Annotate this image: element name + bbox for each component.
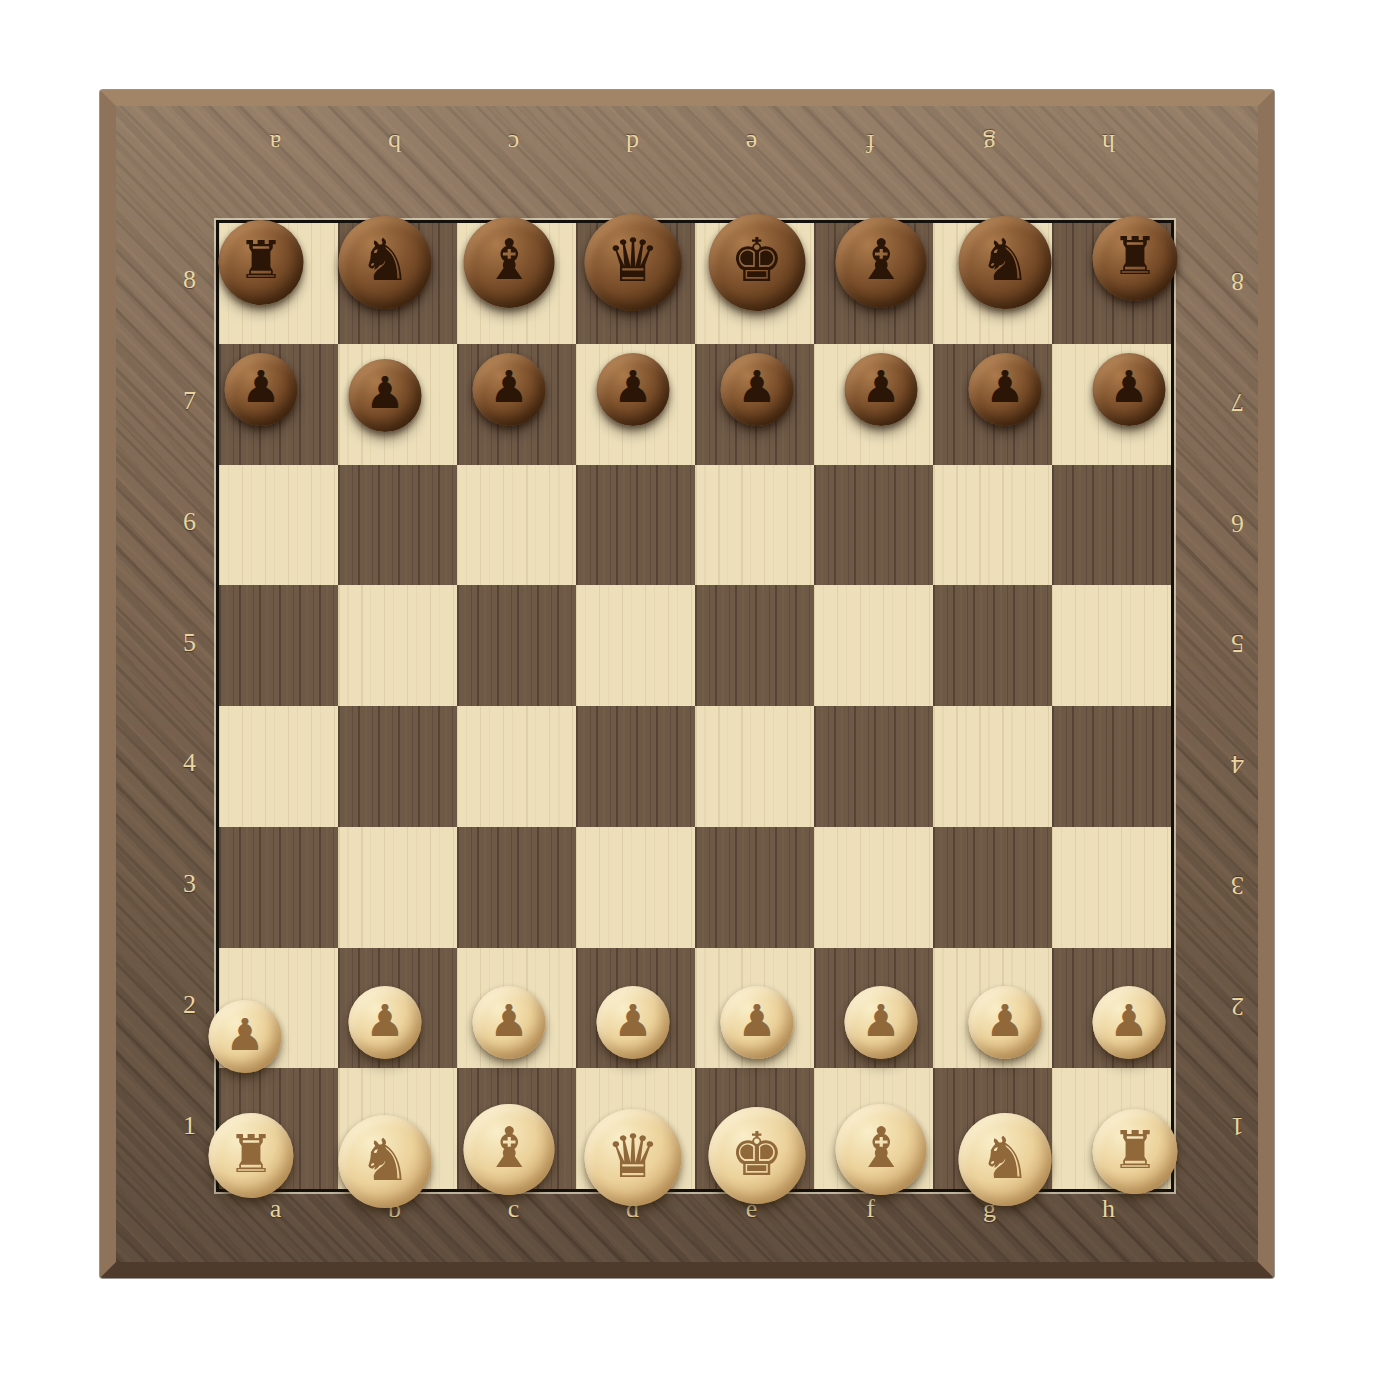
piece-glyph: ♟ [613,999,652,1043]
piece-glyph: ♟ [225,1013,264,1057]
piece-white-pawn-b2[interactable]: ♟ [349,986,422,1059]
piece-black-knight-b8[interactable]: ♞ [339,216,432,309]
square-c5[interactable] [457,585,576,706]
rank-label-right-4: 4 [1168,703,1258,824]
piece-white-rook-a1[interactable]: ♜ [209,1113,294,1198]
square-e1[interactable]: ♚ [695,1068,814,1189]
rank-label-left-6: 6 [116,462,216,583]
piece-black-pawn-e7[interactable]: ♟ [721,353,794,426]
rank-label-right-8: 8 [1168,220,1258,341]
square-a4[interactable] [219,706,338,827]
chess-board: abcdefgh abcdefgh 87654321 87654321 ♜♞♝♛… [100,90,1274,1278]
square-e5[interactable] [695,585,814,706]
rank-label-right-7: 7 [1168,341,1258,462]
square-g7[interactable]: ♟ [933,344,1052,465]
piece-glyph: ♟ [241,365,280,409]
rank-label-left-3: 3 [116,824,216,945]
square-h1[interactable]: ♜ [1052,1068,1171,1189]
rank-labels-left: 87654321 [116,220,216,1186]
file-label-top-e: e [692,106,811,220]
rank-label-left-4: 4 [116,703,216,824]
piece-glyph: ♟ [365,999,404,1043]
square-a1[interactable]: ♜ [219,1068,338,1189]
piece-glyph: ♚ [730,230,784,290]
rank-label-right-1: 1 [1168,1065,1258,1186]
piece-glyph: ♟ [1109,999,1148,1043]
rank-label-right-2: 2 [1168,945,1258,1066]
piece-glyph: ♟ [489,365,528,409]
piece-glyph: ♛ [606,1126,660,1186]
piece-glyph: ♟ [489,999,528,1043]
piece-white-pawn-f2[interactable]: ♟ [845,986,918,1059]
square-g6[interactable] [933,465,1052,586]
square-e4[interactable] [695,706,814,827]
square-f7[interactable]: ♟ [814,344,933,465]
piece-glyph: ♟ [861,999,900,1043]
piece-glyph: ♜ [1112,1124,1159,1176]
piece-glyph: ♟ [737,365,776,409]
square-h4[interactable] [1052,706,1171,827]
square-c1[interactable]: ♝ [457,1068,576,1189]
square-b5[interactable] [338,585,457,706]
piece-black-rook-a8[interactable]: ♜ [219,220,304,305]
piece-white-pawn-d2[interactable]: ♟ [597,986,670,1059]
square-f4[interactable] [814,706,933,827]
file-label-bottom-a: a [216,1186,335,1262]
square-h8[interactable]: ♜ [1052,223,1171,344]
piece-white-queen-d1[interactable]: ♛ [585,1109,682,1206]
square-f2[interactable]: ♟ [814,948,933,1069]
file-label-bottom-f: f [811,1186,930,1262]
square-b7[interactable]: ♟ [338,344,457,465]
square-b6[interactable] [338,465,457,586]
square-f8[interactable]: ♝ [814,223,933,344]
square-a5[interactable] [219,585,338,706]
square-c3[interactable] [457,827,576,948]
piece-glyph: ♛ [606,230,660,290]
square-b2[interactable]: ♟ [338,948,457,1069]
square-c6[interactable] [457,465,576,586]
piece-glyph: ♚ [730,1124,784,1184]
rank-labels-right: 87654321 [1168,220,1258,1186]
rank-label-right-5: 5 [1168,582,1258,703]
square-h5[interactable] [1052,585,1171,706]
square-f6[interactable] [814,465,933,586]
piece-black-bishop-c8[interactable]: ♝ [464,217,555,308]
piece-glyph: ♝ [484,232,534,288]
file-label-top-d: d [573,106,692,220]
piece-white-pawn-a2[interactable]: ♟ [209,1000,282,1073]
piece-glyph: ♞ [979,231,1031,289]
rank-label-left-8: 8 [116,220,216,341]
piece-glyph: ♝ [484,1120,534,1176]
piece-black-pawn-d7[interactable]: ♟ [597,353,670,426]
piece-black-pawn-h7[interactable]: ♟ [1093,353,1166,426]
square-e3[interactable] [695,827,814,948]
piece-glyph: ♜ [228,1128,275,1180]
page-background: abcdefgh abcdefgh 87654321 87654321 ♜♞♝♛… [0,0,1400,1400]
file-label-top-g: g [930,106,1049,220]
piece-white-pawn-c2[interactable]: ♟ [473,986,546,1059]
rank-label-left-1: 1 [116,1065,216,1186]
square-d8[interactable]: ♛ [576,223,695,344]
piece-black-pawn-b7[interactable]: ♟ [349,359,422,432]
square-c2[interactable]: ♟ [457,948,576,1069]
square-h2[interactable]: ♟ [1052,948,1171,1069]
piece-glyph: ♝ [856,1120,906,1176]
piece-glyph: ♞ [359,231,411,289]
rank-label-left-2: 2 [116,945,216,1066]
piece-black-bishop-f8[interactable]: ♝ [836,217,927,308]
piece-glyph: ♟ [365,371,404,415]
piece-black-pawn-c7[interactable]: ♟ [473,353,546,426]
square-e2[interactable]: ♟ [695,948,814,1069]
piece-black-queen-d8[interactable]: ♛ [585,214,682,311]
square-d3[interactable] [576,827,695,948]
piece-white-bishop-c1[interactable]: ♝ [464,1104,555,1195]
square-b8[interactable]: ♞ [338,223,457,344]
piece-black-king-e8[interactable]: ♚ [709,214,806,311]
square-f5[interactable] [814,585,933,706]
piece-glyph: ♟ [613,365,652,409]
file-label-top-b: b [335,106,454,220]
piece-black-pawn-f7[interactable]: ♟ [845,353,918,426]
square-g2[interactable]: ♟ [933,948,1052,1069]
piece-glyph: ♟ [737,999,776,1043]
square-h3[interactable] [1052,827,1171,948]
piece-white-pawn-g2[interactable]: ♟ [969,986,1042,1059]
piece-glyph: ♟ [1109,365,1148,409]
file-label-bottom-h: h [1049,1186,1168,1262]
piece-black-rook-h8[interactable]: ♜ [1093,216,1178,301]
square-g5[interactable] [933,585,1052,706]
square-d6[interactable] [576,465,695,586]
piece-glyph: ♜ [238,234,285,286]
piece-glyph: ♟ [985,999,1024,1043]
file-label-top-c: c [454,106,573,220]
piece-glyph: ♜ [1112,230,1159,282]
file-labels-top: abcdefgh [216,106,1168,220]
square-e7[interactable]: ♟ [695,344,814,465]
piece-glyph: ♟ [985,365,1024,409]
square-a7[interactable]: ♟ [219,344,338,465]
square-a3[interactable] [219,827,338,948]
square-g4[interactable] [933,706,1052,827]
square-e8[interactable]: ♚ [695,223,814,344]
piece-white-knight-b1[interactable]: ♞ [339,1115,432,1208]
square-c7[interactable]: ♟ [457,344,576,465]
piece-white-knight-g1[interactable]: ♞ [959,1113,1052,1206]
rank-label-left-7: 7 [116,341,216,462]
piece-white-pawn-h2[interactable]: ♟ [1093,986,1166,1059]
square-h7[interactable]: ♟ [1052,344,1171,465]
square-c4[interactable] [457,706,576,827]
square-h6[interactable] [1052,465,1171,586]
square-d5[interactable] [576,585,695,706]
square-d7[interactable]: ♟ [576,344,695,465]
piece-black-knight-g8[interactable]: ♞ [959,216,1052,309]
square-g1[interactable]: ♞ [933,1068,1052,1189]
square-d2[interactable]: ♟ [576,948,695,1069]
square-d4[interactable] [576,706,695,827]
rank-label-right-3: 3 [1168,824,1258,945]
piece-white-king-e1[interactable]: ♚ [709,1107,806,1204]
file-label-top-f: f [811,106,930,220]
piece-black-pawn-a7[interactable]: ♟ [225,353,298,426]
square-g3[interactable] [933,827,1052,948]
rank-label-left-5: 5 [116,582,216,703]
piece-white-pawn-e2[interactable]: ♟ [721,986,794,1059]
square-a8[interactable]: ♜ [219,223,338,344]
square-b1[interactable]: ♞ [338,1068,457,1189]
square-f3[interactable] [814,827,933,948]
piece-glyph: ♟ [861,365,900,409]
square-b4[interactable] [338,706,457,827]
square-e6[interactable] [695,465,814,586]
square-a6[interactable] [219,465,338,586]
file-label-top-a: a [216,106,335,220]
square-d1[interactable]: ♛ [576,1068,695,1189]
piece-black-pawn-g7[interactable]: ♟ [969,353,1042,426]
file-label-top-h: h [1049,106,1168,220]
piece-white-bishop-f1[interactable]: ♝ [836,1104,927,1195]
square-b3[interactable] [338,827,457,948]
piece-white-rook-h1[interactable]: ♜ [1093,1109,1178,1194]
piece-glyph: ♝ [856,232,906,288]
file-label-bottom-c: c [454,1186,573,1262]
square-a2[interactable]: ♟ [219,948,338,1069]
square-c8[interactable]: ♝ [457,223,576,344]
playing-area: ♜♞♝♛♚♝♞♜♟♟♟♟♟♟♟♟♟♟♟♟♟♟♟♟♜♞♝♛♚♝♞♜ [216,220,1174,1192]
square-g8[interactable]: ♞ [933,223,1052,344]
rank-label-right-6: 6 [1168,462,1258,583]
square-f1[interactable]: ♝ [814,1068,933,1189]
piece-glyph: ♞ [359,1131,411,1189]
piece-glyph: ♞ [979,1129,1031,1187]
